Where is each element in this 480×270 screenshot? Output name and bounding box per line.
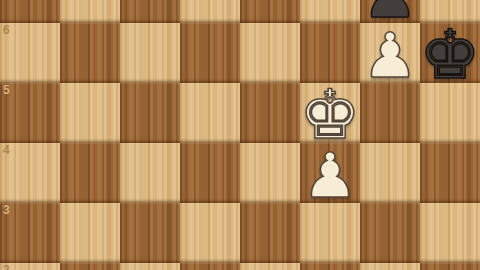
square-a3[interactable]: 3 xyxy=(0,203,60,263)
square-b4[interactable] xyxy=(60,143,120,203)
white-pawn[interactable]: ♟ xyxy=(302,145,358,207)
square-d7[interactable] xyxy=(180,0,240,23)
square-f4[interactable]: ♟ xyxy=(300,143,360,203)
square-h6[interactable]: ♚ xyxy=(420,23,480,83)
rank-label-4: 4 xyxy=(3,144,10,157)
square-g2[interactable] xyxy=(360,263,420,270)
square-h4[interactable] xyxy=(420,143,480,203)
square-d3[interactable] xyxy=(180,203,240,263)
square-d5[interactable] xyxy=(180,83,240,143)
square-h5[interactable] xyxy=(420,83,480,143)
square-g3[interactable] xyxy=(360,203,420,263)
rank-label-5: 5 xyxy=(3,84,10,97)
square-a5[interactable]: 5 xyxy=(0,83,60,143)
rank-label-2: 2 xyxy=(3,264,10,270)
square-b5[interactable] xyxy=(60,83,120,143)
white-pawn[interactable]: ♟ xyxy=(362,25,418,87)
square-c3[interactable] xyxy=(120,203,180,263)
board-viewport: ♟6♟♚5♚4♟32 xyxy=(0,0,480,270)
square-b6[interactable] xyxy=(60,23,120,83)
square-f2[interactable] xyxy=(300,263,360,270)
square-e2[interactable] xyxy=(240,263,300,270)
square-f3[interactable] xyxy=(300,203,360,263)
square-g4[interactable] xyxy=(360,143,420,203)
square-h3[interactable] xyxy=(420,203,480,263)
square-c7[interactable] xyxy=(120,0,180,23)
square-c2[interactable] xyxy=(120,263,180,270)
rank-label-6: 6 xyxy=(3,24,10,37)
square-f5[interactable]: ♚ xyxy=(300,83,360,143)
square-e7[interactable] xyxy=(240,0,300,23)
square-e4[interactable] xyxy=(240,143,300,203)
square-b3[interactable] xyxy=(60,203,120,263)
square-c5[interactable] xyxy=(120,83,180,143)
square-c4[interactable] xyxy=(120,143,180,203)
square-c6[interactable] xyxy=(120,23,180,83)
square-d6[interactable] xyxy=(180,23,240,83)
square-a6[interactable]: 6 xyxy=(0,23,60,83)
rank-label-3: 3 xyxy=(3,204,10,217)
square-f6[interactable] xyxy=(300,23,360,83)
square-d2[interactable] xyxy=(180,263,240,270)
square-b7[interactable] xyxy=(60,0,120,23)
square-f7[interactable] xyxy=(300,0,360,23)
square-a2[interactable]: 2 xyxy=(0,263,60,270)
square-a7[interactable] xyxy=(0,0,60,23)
square-e3[interactable] xyxy=(240,203,300,263)
square-d4[interactable] xyxy=(180,143,240,203)
square-b2[interactable] xyxy=(60,263,120,270)
square-g5[interactable] xyxy=(360,83,420,143)
black-king[interactable]: ♚ xyxy=(420,21,480,89)
square-g6[interactable]: ♟ xyxy=(360,23,420,83)
chess-board: ♟6♟♚5♚4♟32 xyxy=(0,0,480,270)
square-e6[interactable] xyxy=(240,23,300,83)
square-h2[interactable] xyxy=(420,263,480,270)
square-a4[interactable]: 4 xyxy=(0,143,60,203)
square-e5[interactable] xyxy=(240,83,300,143)
